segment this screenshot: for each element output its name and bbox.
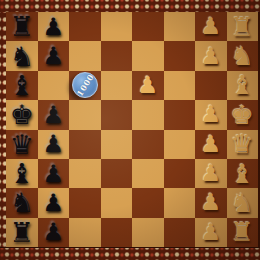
square-h8[interactable]: ♜ <box>6 12 38 41</box>
square-c1[interactable]: ♝ <box>227 159 259 188</box>
black-pawn[interactable]: ♟ <box>42 132 64 156</box>
square-a6[interactable] <box>69 218 101 247</box>
black-pawn[interactable]: ♟ <box>42 44 64 68</box>
black-queen[interactable]: ♛ <box>10 131 34 158</box>
square-f7[interactable] <box>38 71 70 100</box>
square-g1[interactable]: ♞ <box>227 41 259 70</box>
square-f8[interactable]: ♝ <box>6 71 38 100</box>
square-b2[interactable]: ♟ <box>195 188 227 217</box>
square-b7[interactable]: ♟ <box>38 188 70 217</box>
square-b5[interactable] <box>101 188 133 217</box>
square-g5[interactable] <box>101 41 133 70</box>
white-queen[interactable]: ♛ <box>231 131 254 157</box>
chess-photo: ♜♟♟♜♞♟♟♞♝1000♟♝♚♟♟♚♛♟♟♛♝♟♟♝♞♟♟♞♜♟♟♜ <box>0 0 260 260</box>
square-f1[interactable]: ♝ <box>227 71 259 100</box>
black-pawn[interactable]: ♟ <box>42 191 64 215</box>
stake-chip[interactable]: 1000 <box>72 72 98 98</box>
square-b6[interactable] <box>69 188 101 217</box>
black-bishop[interactable]: ♝ <box>10 72 34 99</box>
board-border-bottom <box>0 247 260 260</box>
square-c6[interactable] <box>69 159 101 188</box>
square-c3[interactable] <box>164 159 196 188</box>
white-rook[interactable]: ♜ <box>231 219 254 245</box>
square-h1[interactable]: ♜ <box>227 12 259 41</box>
black-pawn[interactable]: ♟ <box>42 103 64 127</box>
square-h5[interactable] <box>101 12 133 41</box>
square-g3[interactable] <box>164 41 196 70</box>
square-h7[interactable]: ♟ <box>38 12 70 41</box>
square-f4[interactable]: ♟ <box>132 71 164 100</box>
white-pawn[interactable]: ♟ <box>200 191 221 214</box>
square-c7[interactable]: ♟ <box>38 159 70 188</box>
white-knight[interactable]: ♞ <box>231 43 254 69</box>
stake-chip-label: 1000 <box>74 72 95 98</box>
square-b3[interactable] <box>164 188 196 217</box>
square-c4[interactable] <box>132 159 164 188</box>
chess-board: ♜♟♟♜♞♟♟♞♝1000♟♝♚♟♟♚♛♟♟♛♝♟♟♝♞♟♟♞♜♟♟♜ <box>6 12 258 247</box>
square-f6[interactable]: 1000 <box>69 71 101 100</box>
square-a8[interactable]: ♜ <box>6 218 38 247</box>
square-e3[interactable] <box>164 100 196 129</box>
square-h2[interactable]: ♟ <box>195 12 227 41</box>
white-bishop[interactable]: ♝ <box>231 72 254 98</box>
black-pawn[interactable]: ♟ <box>42 162 64 186</box>
square-a2[interactable]: ♟ <box>195 218 227 247</box>
square-b4[interactable] <box>132 188 164 217</box>
black-pawn[interactable]: ♟ <box>42 15 64 39</box>
square-c8[interactable]: ♝ <box>6 159 38 188</box>
square-a5[interactable] <box>101 218 133 247</box>
square-d1[interactable]: ♛ <box>227 130 259 159</box>
square-d4[interactable] <box>132 130 164 159</box>
square-h6[interactable] <box>69 12 101 41</box>
square-g2[interactable]: ♟ <box>195 41 227 70</box>
black-knight[interactable]: ♞ <box>10 43 34 70</box>
white-bishop[interactable]: ♝ <box>231 161 254 187</box>
square-d2[interactable]: ♟ <box>195 130 227 159</box>
white-pawn[interactable]: ♟ <box>200 103 221 126</box>
white-pawn[interactable]: ♟ <box>200 221 221 244</box>
square-f3[interactable] <box>164 71 196 100</box>
white-knight[interactable]: ♞ <box>231 190 254 216</box>
square-g8[interactable]: ♞ <box>6 41 38 70</box>
square-f2[interactable] <box>195 71 227 100</box>
white-pawn[interactable]: ♟ <box>200 15 221 38</box>
black-bishop[interactable]: ♝ <box>10 160 34 187</box>
white-pawn[interactable]: ♟ <box>200 162 221 185</box>
square-b8[interactable]: ♞ <box>6 188 38 217</box>
square-e2[interactable]: ♟ <box>195 100 227 129</box>
square-a4[interactable] <box>132 218 164 247</box>
black-pawn[interactable]: ♟ <box>42 220 64 244</box>
square-d5[interactable] <box>101 130 133 159</box>
square-b1[interactable]: ♞ <box>227 188 259 217</box>
square-e5[interactable] <box>101 100 133 129</box>
square-d7[interactable]: ♟ <box>38 130 70 159</box>
black-king[interactable]: ♚ <box>10 101 34 128</box>
square-c5[interactable] <box>101 159 133 188</box>
square-d3[interactable] <box>164 130 196 159</box>
white-king[interactable]: ♚ <box>231 102 254 128</box>
square-a1[interactable]: ♜ <box>227 218 259 247</box>
white-pawn[interactable]: ♟ <box>200 133 221 156</box>
square-c2[interactable]: ♟ <box>195 159 227 188</box>
white-pawn[interactable]: ♟ <box>200 45 221 68</box>
square-h4[interactable] <box>132 12 164 41</box>
square-d6[interactable] <box>69 130 101 159</box>
square-a3[interactable] <box>164 218 196 247</box>
square-e6[interactable] <box>69 100 101 129</box>
white-rook[interactable]: ♜ <box>231 14 254 40</box>
black-rook[interactable]: ♜ <box>10 219 34 246</box>
square-e7[interactable]: ♟ <box>38 100 70 129</box>
white-pawn[interactable]: ♟ <box>137 74 158 97</box>
black-knight[interactable]: ♞ <box>10 189 34 216</box>
black-rook[interactable]: ♜ <box>10 13 34 40</box>
square-d8[interactable]: ♛ <box>6 130 38 159</box>
square-a7[interactable]: ♟ <box>38 218 70 247</box>
square-e1[interactable]: ♚ <box>227 100 259 129</box>
square-h3[interactable] <box>164 12 196 41</box>
square-g7[interactable]: ♟ <box>38 41 70 70</box>
square-g6[interactable] <box>69 41 101 70</box>
square-f5[interactable] <box>101 71 133 100</box>
square-g4[interactable] <box>132 41 164 70</box>
board-edge-right <box>258 12 260 247</box>
square-e4[interactable] <box>132 100 164 129</box>
square-e8[interactable]: ♚ <box>6 100 38 129</box>
